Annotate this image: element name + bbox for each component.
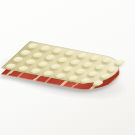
stud bbox=[86, 70, 99, 76]
stud bbox=[106, 66, 119, 72]
stud bbox=[4, 63, 17, 69]
stud bbox=[44, 54, 57, 60]
stud bbox=[51, 47, 64, 53]
stud bbox=[37, 61, 50, 67]
stud bbox=[81, 61, 94, 67]
stud bbox=[39, 45, 52, 51]
stud bbox=[62, 66, 75, 72]
stud bbox=[12, 56, 25, 62]
stud bbox=[67, 75, 80, 81]
stud bbox=[26, 43, 39, 49]
stud bbox=[42, 70, 55, 76]
stud bbox=[19, 49, 32, 55]
stud bbox=[92, 80, 105, 86]
stud bbox=[76, 52, 89, 58]
stud bbox=[79, 77, 92, 83]
stud bbox=[24, 58, 37, 64]
stud bbox=[17, 65, 30, 71]
stud bbox=[54, 72, 67, 78]
photo-canvas bbox=[0, 0, 135, 135]
stud bbox=[49, 63, 62, 69]
stud bbox=[69, 59, 82, 65]
stud bbox=[113, 59, 126, 65]
stud bbox=[94, 64, 107, 70]
stud bbox=[64, 50, 77, 56]
stud bbox=[74, 68, 87, 74]
stud bbox=[29, 68, 42, 74]
stud bbox=[99, 73, 112, 79]
stud bbox=[101, 57, 114, 63]
stud bbox=[56, 57, 69, 63]
stud bbox=[89, 55, 102, 61]
stud bbox=[31, 52, 44, 58]
